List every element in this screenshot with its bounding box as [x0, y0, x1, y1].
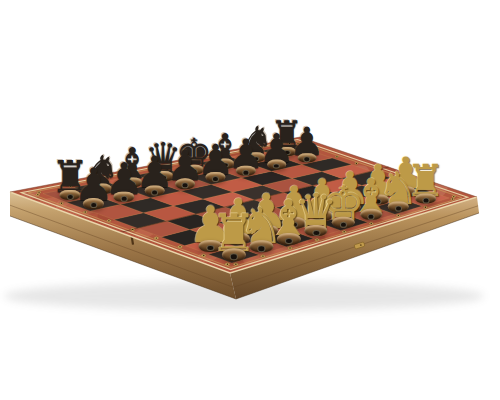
piece-base — [249, 241, 273, 253]
base-medallion — [253, 156, 260, 162]
base-medallion — [273, 163, 280, 169]
piece-base — [216, 159, 235, 169]
piece-black-pawn-g7: ♟ — [259, 130, 295, 169]
piece-glyph: ♜ — [51, 157, 90, 197]
piece-white-pawn-b2: ♟ — [216, 195, 260, 244]
base-medallion — [90, 202, 97, 208]
piece-base — [175, 179, 195, 189]
piece-glyph: ♟ — [104, 159, 143, 199]
piece-glyph: ♛ — [145, 140, 182, 178]
base-medallion — [367, 213, 375, 219]
piece-white-queen-d1: ♛ — [294, 189, 337, 237]
piece-glyph: ♟ — [358, 161, 398, 202]
piece-glyph: ♝ — [207, 129, 242, 165]
piece-white-rook-h1: ♜ — [406, 160, 446, 204]
base-medallion — [262, 229, 270, 235]
piece-black-pawn-a7: ♟ — [74, 164, 114, 208]
piece-glyph: ♚ — [176, 135, 212, 172]
piece-base — [387, 201, 409, 212]
base-medallion — [318, 214, 326, 220]
piece-base — [247, 153, 266, 162]
base-medallion — [212, 176, 219, 182]
piece-base — [83, 198, 105, 209]
base-medallion — [284, 150, 291, 156]
base-medallion — [206, 245, 214, 252]
piece-base — [153, 171, 173, 181]
base-medallion — [312, 230, 320, 236]
piece-base — [198, 240, 222, 252]
piece-glyph: ♟ — [259, 130, 295, 167]
base-medallion — [67, 194, 74, 200]
base-medallion — [234, 237, 242, 244]
piece-white-knight-g1: ♞ — [378, 167, 419, 212]
piece-base — [206, 172, 226, 182]
piece-glyph: ♟ — [135, 153, 174, 193]
piece-black-bishop-c8: ♝ — [113, 146, 151, 188]
piece-white-pawn-h2: ♟ — [387, 154, 426, 197]
piece-base — [278, 147, 296, 156]
piece-base — [360, 209, 382, 220]
piece-glyph: ♜ — [211, 210, 257, 257]
piece-white-pawn-a2: ♟ — [188, 202, 233, 252]
piece-base — [267, 160, 286, 170]
piece-black-knight-g8: ♞ — [239, 124, 274, 162]
piece-base — [184, 165, 203, 175]
piece-white-knight-b1: ♞ — [239, 203, 284, 253]
base-medallion — [340, 221, 348, 227]
piece-black-pawn-b7: ♟ — [104, 159, 143, 202]
piece-base — [415, 193, 436, 204]
base-medallion — [395, 205, 402, 211]
piece-glyph: ♟ — [188, 202, 233, 248]
piece-glyph: ♝ — [267, 196, 311, 241]
base-medallion — [402, 191, 409, 197]
piece-base — [396, 187, 417, 197]
piece-black-pawn-d7: ♟ — [166, 147, 204, 189]
piece-black-rook-h8: ♜ — [270, 118, 304, 156]
chess-pieces-layer: ♜♞♟♝♟♚♟♛♟♝♟♞♟♟♜♟♜♟♟♞♟♝♟♚♟♟♛♟♝♟♞♜ — [0, 0, 500, 400]
piece-black-bishop-f8: ♝ — [207, 129, 242, 168]
piece-base — [283, 217, 306, 228]
piece-glyph: ♟ — [387, 154, 426, 194]
piece-glyph: ♞ — [82, 151, 120, 190]
piece-white-pawn-d2: ♟ — [273, 182, 315, 229]
piece-white-pawn-c2: ♟ — [245, 189, 288, 237]
base-medallion — [304, 157, 311, 163]
piece-base — [114, 192, 135, 203]
base-medallion — [129, 181, 136, 187]
piece-glyph: ♟ — [273, 182, 315, 226]
base-medallion — [422, 197, 429, 203]
piece-white-pawn-e2: ♟ — [301, 175, 343, 221]
piece-base — [60, 189, 81, 200]
piece-black-rook-a8: ♜ — [51, 157, 90, 200]
piece-base — [144, 185, 165, 195]
piece-base — [298, 153, 317, 162]
piece-glyph: ♞ — [378, 167, 419, 209]
piece-white-bishop-c1: ♝ — [267, 196, 311, 245]
piece-glyph: ♟ — [74, 164, 114, 205]
piece-base — [91, 183, 112, 193]
piece-base — [339, 202, 361, 213]
base-medallion — [230, 254, 238, 261]
piece-glyph: ♞ — [239, 203, 284, 249]
piece-white-bishop-f1: ♝ — [350, 174, 392, 220]
piece-base — [311, 210, 333, 221]
piece-glyph: ♟ — [166, 147, 204, 186]
piece-base — [255, 225, 278, 237]
piece-black-pawn-e7: ♟ — [197, 141, 234, 182]
piece-glyph: ♜ — [406, 160, 446, 201]
piece-black-queen-d8: ♛ — [145, 140, 182, 181]
base-medallion — [285, 237, 293, 244]
base-medallion — [181, 183, 188, 189]
piece-base — [367, 194, 388, 205]
piece-black-pawn-c7: ♟ — [135, 153, 174, 196]
piece-glyph: ♛ — [294, 189, 337, 233]
piece-base — [227, 232, 251, 244]
base-medallion — [257, 246, 265, 253]
base-medallion — [151, 189, 158, 195]
piece-white-pawn-f2: ♟ — [330, 168, 371, 213]
piece-glyph: ♝ — [113, 146, 151, 185]
piece-glyph: ♞ — [239, 124, 274, 160]
base-medallion — [191, 169, 198, 175]
piece-white-rook-a1: ♜ — [211, 210, 257, 261]
piece-glyph: ♟ — [197, 141, 234, 179]
base-medallion — [222, 162, 229, 168]
piece-glyph: ♟ — [216, 195, 260, 240]
chess-set-photo: ♜♞♟♝♟♚♟♛♟♝♟♞♟♟♜♟♜♟♟♞♟♝♟♚♟♟♛♟♝♟♞♜ — [0, 0, 500, 400]
piece-glyph: ♝ — [350, 174, 392, 217]
piece-base — [221, 248, 246, 260]
base-medallion — [374, 198, 381, 204]
piece-base — [236, 166, 256, 176]
piece-glyph: ♟ — [228, 136, 264, 173]
base-medallion — [120, 196, 127, 202]
piece-black-pawn-h7: ♟ — [290, 124, 325, 162]
piece-black-king-e8: ♚ — [176, 135, 212, 175]
piece-white-pawn-g2: ♟ — [358, 161, 398, 205]
piece-black-knight-b8: ♞ — [82, 151, 120, 193]
base-medallion — [243, 170, 250, 176]
base-medallion — [160, 175, 167, 181]
piece-glyph: ♟ — [290, 124, 325, 160]
piece-black-pawn-f7: ♟ — [228, 136, 264, 176]
piece-base — [332, 217, 355, 228]
base-medallion — [290, 222, 298, 228]
piece-base — [305, 225, 328, 237]
piece-base — [122, 177, 142, 187]
piece-glyph: ♜ — [270, 118, 304, 153]
piece-base — [277, 233, 301, 245]
piece-glyph: ♟ — [245, 189, 288, 233]
base-medallion — [346, 206, 353, 212]
piece-glyph: ♟ — [301, 175, 343, 218]
piece-white-king-e1: ♚ — [322, 181, 364, 228]
base-medallion — [98, 187, 105, 193]
piece-glyph: ♟ — [330, 168, 371, 210]
piece-glyph: ♚ — [322, 181, 364, 225]
